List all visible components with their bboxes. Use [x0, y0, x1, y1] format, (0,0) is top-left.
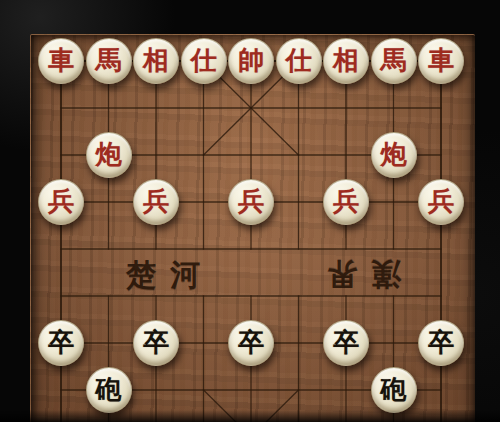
piece-red-elephant[interactable]: 相 [323, 38, 369, 84]
piece-glyph: 卒 [428, 329, 454, 355]
piece-glyph: 炮 [96, 141, 122, 167]
xiangqi-board: 楚河 漢界 車馬相仕帥仕相馬車炮炮兵兵兵兵兵卒卒卒卒卒砲砲 [30, 34, 475, 422]
piece-glyph: 炮 [381, 141, 407, 167]
piece-red-soldier[interactable]: 兵 [38, 179, 84, 225]
piece-black-soldier[interactable]: 卒 [133, 320, 179, 366]
piece-red-elephant[interactable]: 相 [133, 38, 179, 84]
piece-glyph: 馬 [381, 47, 407, 73]
piece-red-cannon[interactable]: 炮 [86, 132, 132, 178]
piece-glyph: 兵 [143, 188, 169, 214]
piece-glyph: 卒 [333, 329, 359, 355]
piece-black-cannon[interactable]: 砲 [86, 367, 132, 413]
piece-red-advisor[interactable]: 仕 [276, 38, 322, 84]
piece-layer: 車馬相仕帥仕相馬車炮炮兵兵兵兵兵卒卒卒卒卒砲砲 [37, 38, 465, 422]
piece-black-cannon[interactable]: 砲 [371, 367, 417, 413]
piece-glyph: 兵 [238, 188, 264, 214]
piece-red-horse[interactable]: 馬 [371, 38, 417, 84]
piece-black-soldier[interactable]: 卒 [228, 320, 274, 366]
piece-glyph: 卒 [238, 329, 264, 355]
piece-glyph: 車 [48, 47, 74, 73]
piece-glyph: 車 [428, 47, 454, 73]
piece-red-advisor[interactable]: 仕 [181, 38, 227, 84]
piece-glyph: 砲 [381, 376, 407, 402]
piece-glyph: 兵 [48, 188, 74, 214]
piece-red-soldier[interactable]: 兵 [133, 179, 179, 225]
piece-glyph: 兵 [428, 188, 454, 214]
piece-red-chariot[interactable]: 車 [418, 38, 464, 84]
piece-glyph: 砲 [96, 376, 122, 402]
piece-glyph: 卒 [48, 329, 74, 355]
piece-red-soldier[interactable]: 兵 [418, 179, 464, 225]
screenshot-stage: 楚河 漢界 車馬相仕帥仕相馬車炮炮兵兵兵兵兵卒卒卒卒卒砲砲 [0, 0, 500, 422]
piece-black-soldier[interactable]: 卒 [38, 320, 84, 366]
piece-glyph: 仕 [286, 47, 312, 73]
piece-red-chariot[interactable]: 車 [38, 38, 84, 84]
piece-red-soldier[interactable]: 兵 [228, 179, 274, 225]
piece-glyph: 卒 [143, 329, 169, 355]
piece-red-horse[interactable]: 馬 [86, 38, 132, 84]
piece-glyph: 馬 [96, 47, 122, 73]
piece-red-cannon[interactable]: 炮 [371, 132, 417, 178]
piece-glyph: 兵 [333, 188, 359, 214]
piece-glyph: 帥 [238, 47, 264, 73]
piece-glyph: 相 [143, 47, 169, 73]
piece-black-soldier[interactable]: 卒 [323, 320, 369, 366]
piece-glyph: 仕 [191, 47, 217, 73]
piece-red-soldier[interactable]: 兵 [323, 179, 369, 225]
piece-black-soldier[interactable]: 卒 [418, 320, 464, 366]
piece-glyph: 相 [333, 47, 359, 73]
piece-red-general[interactable]: 帥 [228, 38, 274, 84]
